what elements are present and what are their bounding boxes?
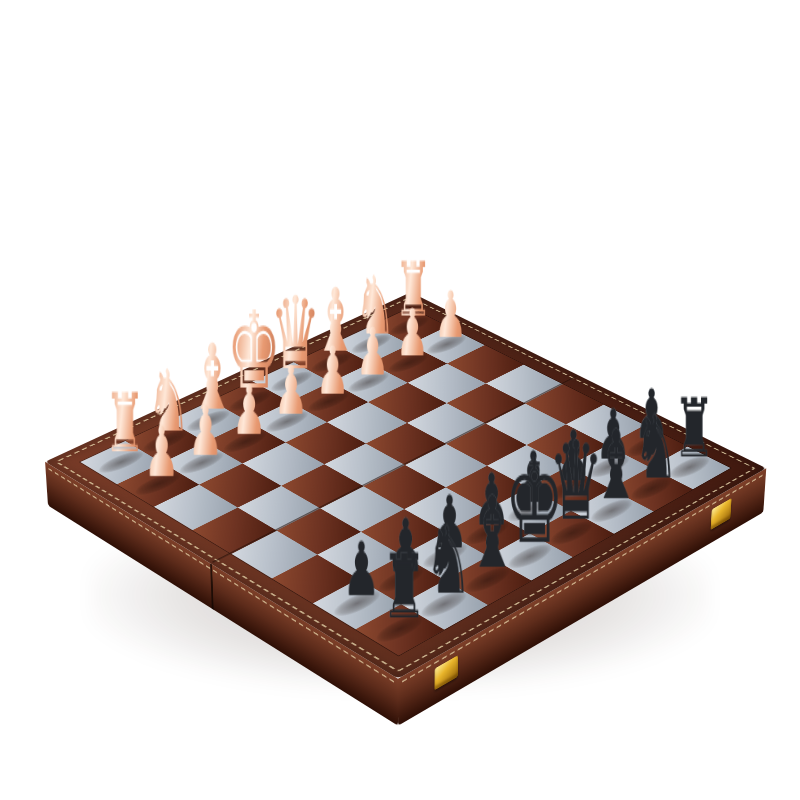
white-pawn-glyph: ♟ (110, 417, 213, 487)
product-photo-scene: ♜♞♝♚♛♝♞♜♟♟♟♟♟♟♟♟♟♟♟♟♟♟♟♟♜♞♝♚♛♝♞♜ (0, 0, 800, 800)
black-rook-glyph: ♜ (348, 544, 459, 633)
